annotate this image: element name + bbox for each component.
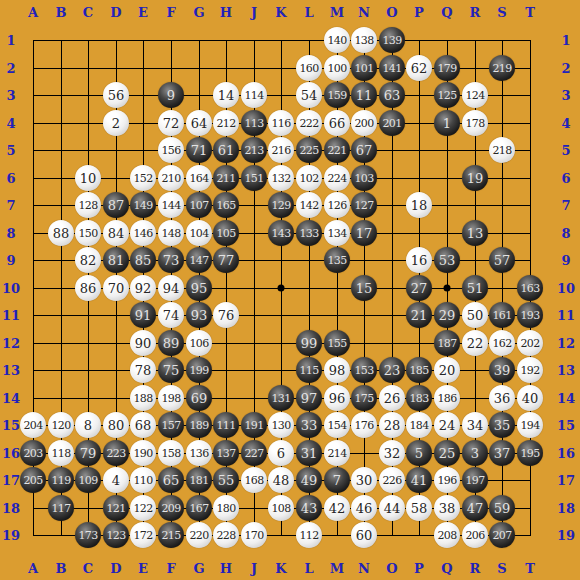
row-label: 10 [2, 281, 20, 296]
black-stone[interactable]: 199 [186, 357, 212, 383]
black-stone[interactable]: 139 [379, 27, 405, 53]
black-stone[interactable]: 173 [75, 522, 101, 548]
white-stone[interactable]: 144 [158, 192, 184, 218]
black-stone[interactable]: 215 [158, 522, 184, 548]
row-label: 3 [561, 88, 570, 103]
column-label: G [193, 5, 204, 20]
black-stone[interactable]: 141 [379, 55, 405, 81]
white-stone[interactable]: 204 [20, 412, 46, 438]
row-label: 16 [2, 446, 20, 461]
column-label: T [525, 5, 535, 20]
black-stone[interactable]: 155 [324, 330, 350, 356]
white-stone[interactable]: 148 [158, 220, 184, 246]
column-label: P [414, 5, 424, 20]
black-stone[interactable]: 113 [241, 110, 267, 136]
white-stone[interactable]: 152 [130, 165, 156, 191]
white-stone[interactable]: 80 [103, 412, 129, 438]
white-stone[interactable]: 72 [158, 110, 184, 136]
column-label: S [497, 561, 506, 576]
white-stone[interactable]: 156 [158, 137, 184, 163]
black-stone[interactable]: 225 [296, 137, 322, 163]
black-stone[interactable]: 41 [406, 467, 432, 493]
white-stone[interactable]: 100 [324, 55, 350, 81]
black-stone[interactable]: 73 [158, 247, 184, 273]
row-label: 1 [561, 33, 570, 48]
white-stone[interactable]: 74 [158, 302, 184, 328]
black-stone[interactable]: 5 [406, 440, 432, 466]
column-label: M [330, 561, 344, 576]
row-label: 5 [6, 143, 15, 158]
white-stone[interactable]: 196 [434, 467, 460, 493]
black-stone[interactable]: 181 [186, 467, 212, 493]
black-stone[interactable]: 131 [268, 385, 294, 411]
black-stone[interactable]: 37 [489, 440, 515, 466]
row-label: 15 [2, 418, 20, 433]
white-stone[interactable]: 64 [186, 110, 212, 136]
black-stone[interactable]: 179 [434, 55, 460, 81]
row-label: 14 [2, 391, 20, 406]
row-label: 13 [557, 363, 575, 378]
white-stone[interactable]: 136 [186, 440, 212, 466]
row-label: 19 [2, 528, 20, 543]
white-stone[interactable]: 172 [130, 522, 156, 548]
column-label: L [304, 561, 313, 576]
white-stone[interactable]: 138 [351, 27, 377, 53]
row-label: 2 [6, 61, 15, 76]
column-label: R [470, 561, 481, 576]
row-label: 1 [6, 33, 15, 48]
white-stone[interactable]: 178 [462, 110, 488, 136]
row-label: 13 [2, 363, 20, 378]
white-stone[interactable]: 10 [75, 165, 101, 191]
row-label: 5 [561, 143, 570, 158]
row-label: 7 [561, 198, 570, 213]
white-stone[interactable]: 56 [103, 82, 129, 108]
column-label: J [251, 561, 257, 576]
black-stone[interactable]: 187 [434, 330, 460, 356]
white-stone[interactable]: 130 [268, 412, 294, 438]
black-stone[interactable]: 227 [241, 440, 267, 466]
white-stone[interactable]: 50 [462, 302, 488, 328]
column-label: A [28, 5, 38, 20]
white-stone[interactable]: 122 [130, 495, 156, 521]
row-label: 8 [561, 226, 570, 241]
black-stone[interactable]: 103 [351, 165, 377, 191]
black-stone[interactable]: 159 [324, 82, 350, 108]
black-stone[interactable]: 125 [434, 82, 460, 108]
white-stone[interactable]: 66 [324, 110, 350, 136]
white-stone[interactable]: 84 [103, 220, 129, 246]
black-stone[interactable]: 219 [489, 55, 515, 81]
white-stone[interactable]: 198 [158, 385, 184, 411]
black-stone[interactable]: 189 [186, 412, 212, 438]
white-stone[interactable]: 48 [268, 467, 294, 493]
white-stone[interactable]: 170 [241, 522, 267, 548]
row-label: 19 [557, 528, 575, 543]
black-stone[interactable]: 167 [186, 495, 212, 521]
black-stone[interactable]: 165 [213, 192, 239, 218]
black-stone[interactable]: 195 [517, 440, 543, 466]
row-label: 4 [6, 116, 15, 131]
white-stone[interactable]: 222 [296, 110, 322, 136]
white-stone[interactable]: 108 [268, 495, 294, 521]
black-stone[interactable]: 147 [186, 247, 212, 273]
column-label: G [193, 561, 204, 576]
row-label: 9 [561, 253, 570, 268]
white-stone[interactable]: 54 [296, 82, 322, 108]
black-stone[interactable]: 123 [103, 522, 129, 548]
black-stone[interactable]: 7 [324, 467, 350, 493]
white-stone[interactable]: 36 [489, 385, 515, 411]
black-stone[interactable]: 91 [130, 302, 156, 328]
white-stone[interactable]: 202 [517, 330, 543, 356]
black-stone[interactable]: 119 [48, 467, 74, 493]
black-stone[interactable]: 13 [462, 220, 488, 246]
black-stone[interactable]: 17 [351, 220, 377, 246]
white-stone[interactable]: 120 [48, 412, 74, 438]
row-label: 16 [557, 446, 575, 461]
column-label: E [138, 561, 148, 576]
column-label: A [28, 561, 38, 576]
white-stone[interactable]: 8 [75, 412, 101, 438]
column-label: R [470, 5, 481, 20]
white-stone[interactable]: 102 [296, 165, 322, 191]
white-stone[interactable]: 180 [213, 495, 239, 521]
black-stone[interactable]: 61 [213, 137, 239, 163]
white-stone[interactable]: 128 [75, 192, 101, 218]
white-stone[interactable]: 212 [213, 110, 239, 136]
row-label: 18 [2, 501, 20, 516]
white-stone[interactable]: 208 [434, 522, 460, 548]
column-label: J [251, 5, 257, 20]
column-label: H [220, 5, 232, 20]
column-label: N [358, 561, 370, 576]
white-stone[interactable]: 158 [158, 440, 184, 466]
row-label: 8 [6, 226, 15, 241]
black-stone[interactable]: 137 [213, 440, 239, 466]
black-stone[interactable]: 107 [186, 192, 212, 218]
black-stone[interactable]: 213 [241, 137, 267, 163]
white-stone[interactable]: 92 [130, 275, 156, 301]
black-stone[interactable]: 69 [186, 385, 212, 411]
white-stone[interactable]: 206 [462, 522, 488, 548]
black-stone[interactable]: 151 [241, 165, 267, 191]
black-stone[interactable]: 205 [20, 467, 46, 493]
white-stone[interactable]: 30 [351, 467, 377, 493]
black-stone[interactable]: 95 [186, 275, 212, 301]
row-label: 17 [557, 473, 575, 488]
black-stone[interactable]: 201 [379, 110, 405, 136]
white-stone[interactable]: 162 [489, 330, 515, 356]
white-stone[interactable]: 46 [351, 495, 377, 521]
white-stone[interactable]: 28 [379, 412, 405, 438]
black-stone[interactable]: 209 [158, 495, 184, 521]
black-stone[interactable]: 65 [158, 467, 184, 493]
black-stone[interactable]: 31 [296, 440, 322, 466]
row-label: 12 [557, 336, 575, 351]
row-label: 2 [561, 61, 570, 76]
white-stone[interactable]: 228 [213, 522, 239, 548]
black-stone[interactable]: 193 [517, 302, 543, 328]
black-stone[interactable]: 133 [296, 220, 322, 246]
black-stone[interactable]: 11 [351, 82, 377, 108]
white-stone[interactable]: 68 [130, 412, 156, 438]
black-stone[interactable]: 101 [351, 55, 377, 81]
column-label: K [275, 561, 286, 576]
white-stone[interactable]: 88 [48, 220, 74, 246]
white-stone[interactable]: 114 [241, 82, 267, 108]
column-label: Q [441, 561, 452, 576]
white-stone[interactable]: 58 [406, 495, 432, 521]
white-stone[interactable]: 118 [48, 440, 74, 466]
white-stone[interactable]: 90 [130, 330, 156, 356]
white-stone[interactable]: 70 [103, 275, 129, 301]
white-stone[interactable]: 24 [434, 412, 460, 438]
black-stone[interactable]: 71 [186, 137, 212, 163]
black-stone[interactable]: 211 [213, 165, 239, 191]
column-label: D [110, 561, 121, 576]
white-stone[interactable]: 186 [434, 385, 460, 411]
column-label: K [275, 5, 286, 20]
row-label: 4 [561, 116, 570, 131]
black-stone[interactable]: 43 [296, 495, 322, 521]
white-stone[interactable]: 184 [406, 412, 432, 438]
black-stone[interactable]: 207 [489, 522, 515, 548]
row-label: 6 [561, 171, 570, 186]
white-stone[interactable]: 112 [296, 522, 322, 548]
white-stone[interactable]: 18 [406, 192, 432, 218]
white-stone[interactable]: 218 [489, 137, 515, 163]
black-stone[interactable]: 175 [351, 385, 377, 411]
white-stone[interactable]: 142 [296, 192, 322, 218]
black-stone[interactable]: 153 [351, 357, 377, 383]
black-stone[interactable]: 21 [406, 302, 432, 328]
white-stone[interactable]: 40 [517, 385, 543, 411]
white-stone[interactable]: 190 [130, 440, 156, 466]
row-label: 11 [2, 308, 20, 323]
white-stone[interactable]: 78 [130, 357, 156, 383]
white-stone[interactable]: 150 [75, 220, 101, 246]
black-stone[interactable]: 221 [324, 137, 350, 163]
black-stone[interactable]: 115 [296, 357, 322, 383]
black-stone[interactable]: 79 [75, 440, 101, 466]
black-stone[interactable]: 117 [48, 495, 74, 521]
white-stone[interactable]: 110 [130, 467, 156, 493]
white-stone[interactable]: 22 [462, 330, 488, 356]
row-label: 12 [2, 336, 20, 351]
white-stone[interactable]: 2 [103, 110, 129, 136]
black-stone[interactable]: 111 [213, 412, 239, 438]
white-stone[interactable]: 226 [379, 467, 405, 493]
white-stone[interactable]: 60 [351, 522, 377, 548]
column-label: O [386, 561, 397, 576]
column-label: T [525, 561, 535, 576]
white-stone[interactable]: 42 [324, 495, 350, 521]
white-stone[interactable]: 96 [324, 385, 350, 411]
column-label: D [110, 5, 121, 20]
row-label: 15 [557, 418, 575, 433]
black-stone[interactable]: 47 [462, 495, 488, 521]
white-stone[interactable]: 194 [517, 412, 543, 438]
black-stone[interactable]: 197 [462, 467, 488, 493]
column-label: P [414, 561, 424, 576]
star-point [444, 285, 451, 292]
black-stone[interactable]: 105 [213, 220, 239, 246]
black-stone[interactable]: 15 [351, 275, 377, 301]
row-label: 3 [6, 88, 15, 103]
black-stone[interactable]: 29 [434, 302, 460, 328]
column-label: B [56, 5, 67, 20]
white-stone[interactable]: 44 [379, 495, 405, 521]
white-stone[interactable]: 134 [324, 220, 350, 246]
column-label: F [166, 561, 175, 576]
black-stone[interactable]: 203 [20, 440, 46, 466]
white-stone[interactable]: 146 [130, 220, 156, 246]
black-stone[interactable]: 97 [296, 385, 322, 411]
black-stone[interactable]: 191 [241, 412, 267, 438]
black-stone[interactable]: 109 [75, 467, 101, 493]
white-stone[interactable]: 132 [268, 165, 294, 191]
white-stone[interactable]: 124 [462, 82, 488, 108]
column-label: S [497, 5, 506, 20]
column-label: Q [441, 5, 452, 20]
white-stone[interactable]: 216 [268, 137, 294, 163]
black-stone[interactable]: 185 [406, 357, 432, 383]
black-stone[interactable]: 51 [462, 275, 488, 301]
white-stone[interactable]: 32 [379, 440, 405, 466]
black-stone[interactable]: 77 [213, 247, 239, 273]
black-stone[interactable]: 59 [489, 495, 515, 521]
black-stone[interactable]: 135 [324, 247, 350, 273]
white-stone[interactable]: 220 [186, 522, 212, 548]
row-label: 10 [557, 281, 575, 296]
black-stone[interactable]: 63 [379, 82, 405, 108]
white-stone[interactable]: 20 [434, 357, 460, 383]
black-stone[interactable]: 57 [489, 247, 515, 273]
white-stone[interactable]: 82 [75, 247, 101, 273]
black-stone[interactable]: 55 [213, 467, 239, 493]
star-point [278, 285, 285, 292]
white-stone[interactable]: 160 [296, 55, 322, 81]
white-stone[interactable]: 116 [268, 110, 294, 136]
column-label: O [386, 5, 397, 20]
black-stone[interactable]: 183 [406, 385, 432, 411]
white-stone[interactable]: 76 [213, 302, 239, 328]
column-label: C [83, 5, 93, 20]
white-stone[interactable]: 26 [379, 385, 405, 411]
row-label: 17 [2, 473, 20, 488]
white-stone[interactable]: 154 [324, 412, 350, 438]
white-stone[interactable]: 192 [517, 357, 543, 383]
white-stone[interactable]: 200 [351, 110, 377, 136]
black-stone[interactable]: 3 [462, 440, 488, 466]
column-label: E [138, 5, 148, 20]
go-board[interactable]: AABBCCDDEEFFGGHHJJKKLLMMNNOOPPQQRRSSTT11… [0, 0, 580, 580]
white-stone[interactable]: 214 [324, 440, 350, 466]
white-stone[interactable]: 38 [434, 495, 460, 521]
black-stone[interactable]: 53 [434, 247, 460, 273]
row-label: 9 [6, 253, 15, 268]
white-stone[interactable]: 34 [462, 412, 488, 438]
black-stone[interactable]: 81 [103, 247, 129, 273]
white-stone[interactable]: 126 [324, 192, 350, 218]
white-stone[interactable]: 164 [186, 165, 212, 191]
column-label: F [166, 5, 175, 20]
row-label: 18 [557, 501, 575, 516]
white-stone[interactable]: 224 [324, 165, 350, 191]
white-stone[interactable]: 106 [186, 330, 212, 356]
row-label: 11 [557, 308, 575, 323]
black-stone[interactable]: 1 [434, 110, 460, 136]
white-stone[interactable]: 86 [75, 275, 101, 301]
white-stone[interactable]: 94 [158, 275, 184, 301]
black-stone[interactable]: 27 [406, 275, 432, 301]
black-stone[interactable]: 85 [130, 247, 156, 273]
black-stone[interactable]: 89 [158, 330, 184, 356]
black-stone[interactable]: 35 [489, 412, 515, 438]
white-stone[interactable]: 62 [406, 55, 432, 81]
black-stone[interactable]: 75 [158, 357, 184, 383]
column-label: L [304, 5, 313, 20]
white-stone[interactable]: 168 [241, 467, 267, 493]
black-stone[interactable]: 121 [103, 495, 129, 521]
row-label: 14 [557, 391, 575, 406]
white-stone[interactable]: 176 [351, 412, 377, 438]
grid-line-h [33, 40, 531, 41]
black-stone[interactable]: 149 [130, 192, 156, 218]
white-stone[interactable]: 140 [324, 27, 350, 53]
column-label: M [330, 5, 344, 20]
black-stone[interactable]: 99 [296, 330, 322, 356]
black-stone[interactable]: 161 [489, 302, 515, 328]
black-stone[interactable]: 163 [517, 275, 543, 301]
black-stone[interactable]: 143 [268, 220, 294, 246]
black-stone[interactable]: 25 [434, 440, 460, 466]
black-stone[interactable]: 129 [268, 192, 294, 218]
white-stone[interactable]: 6 [268, 440, 294, 466]
black-stone[interactable]: 157 [158, 412, 184, 438]
white-stone[interactable]: 16 [406, 247, 432, 273]
column-label: B [56, 561, 67, 576]
white-stone[interactable]: 14 [213, 82, 239, 108]
column-label: C [83, 561, 93, 576]
black-stone[interactable]: 223 [103, 440, 129, 466]
black-stone[interactable]: 39 [489, 357, 515, 383]
white-stone[interactable]: 98 [324, 357, 350, 383]
black-stone[interactable]: 127 [351, 192, 377, 218]
column-label: H [220, 561, 232, 576]
white-stone[interactable]: 188 [130, 385, 156, 411]
black-stone[interactable]: 49 [296, 467, 322, 493]
black-stone[interactable]: 93 [186, 302, 212, 328]
black-stone[interactable]: 33 [296, 412, 322, 438]
black-stone[interactable]: 67 [351, 137, 377, 163]
row-label: 7 [6, 198, 15, 213]
black-stone[interactable]: 87 [103, 192, 129, 218]
white-stone[interactable]: 210 [158, 165, 184, 191]
black-stone[interactable]: 19 [462, 165, 488, 191]
column-label: N [358, 5, 370, 20]
white-stone[interactable]: 4 [103, 467, 129, 493]
black-stone[interactable]: 9 [158, 82, 184, 108]
white-stone[interactable]: 104 [186, 220, 212, 246]
row-label: 6 [6, 171, 15, 186]
black-stone[interactable]: 23 [379, 357, 405, 383]
